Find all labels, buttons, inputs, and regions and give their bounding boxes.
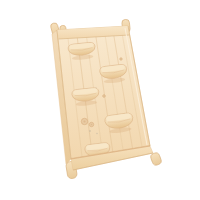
product-photo <box>0 0 200 200</box>
climbing-ramp-scene <box>0 0 200 200</box>
